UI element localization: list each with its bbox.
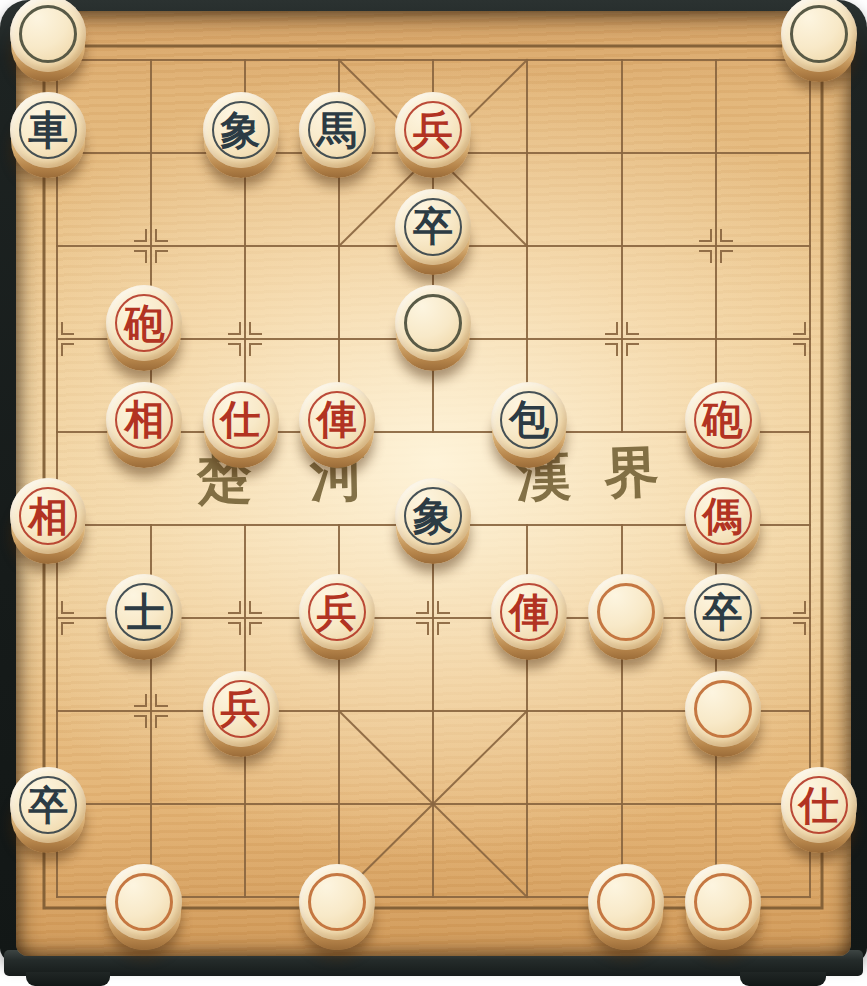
piece-face: 仕 bbox=[203, 382, 279, 458]
piece-glyph: 卒 bbox=[28, 785, 68, 825]
piece-ring bbox=[308, 873, 366, 931]
piece-black-soldier[interactable]: 卒 bbox=[10, 767, 86, 843]
piece-ring bbox=[790, 5, 848, 63]
piece-face: 俥 bbox=[299, 382, 375, 458]
piece-black-advisor[interactable]: 士 bbox=[106, 574, 182, 650]
piece-face: 相 bbox=[106, 382, 182, 458]
piece-red-elephant[interactable]: 相 bbox=[106, 382, 182, 458]
piece-face: 象 bbox=[395, 478, 471, 554]
piece-face-down-hidden-black[interactable] bbox=[781, 0, 857, 72]
piece-red-elephant[interactable]: 相 bbox=[10, 478, 86, 554]
piece-ring bbox=[694, 873, 752, 931]
piece-red-advisor[interactable]: 仕 bbox=[781, 767, 857, 843]
piece-black-horse[interactable]: 馬 bbox=[299, 92, 375, 168]
piece-face: 兵 bbox=[299, 574, 375, 650]
piece-red-cannon[interactable]: 砲 bbox=[685, 382, 761, 458]
piece-ring bbox=[115, 873, 173, 931]
piece-glyph: 兵 bbox=[317, 592, 357, 632]
piece-black-cannon[interactable]: 包 bbox=[491, 382, 567, 458]
piece-ring bbox=[19, 5, 77, 63]
piece-glyph: 相 bbox=[28, 496, 68, 536]
piece-glyph: 俥 bbox=[509, 592, 549, 632]
piece-face: 卒 bbox=[395, 189, 471, 265]
piece-face-down-hidden-red[interactable] bbox=[685, 671, 761, 747]
piece-red-soldier[interactable]: 兵 bbox=[203, 671, 279, 747]
piece-glyph: 兵 bbox=[413, 110, 453, 150]
piece-face bbox=[588, 864, 664, 940]
piece-face-down-hidden-red[interactable] bbox=[588, 864, 664, 940]
piece-red-soldier[interactable]: 兵 bbox=[395, 92, 471, 168]
piece-face: 馬 bbox=[299, 92, 375, 168]
piece-face-down-hidden-black[interactable] bbox=[10, 0, 86, 72]
piece-face-down-hidden-red[interactable] bbox=[106, 864, 182, 940]
piece-face bbox=[781, 0, 857, 72]
piece-glyph: 包 bbox=[509, 399, 549, 439]
piece-face-down-hidden-red[interactable] bbox=[299, 864, 375, 940]
piece-face: 砲 bbox=[685, 382, 761, 458]
piece-face: 包 bbox=[491, 382, 567, 458]
piece-red-chariot[interactable]: 俥 bbox=[299, 382, 375, 458]
piece-glyph: 仕 bbox=[221, 399, 261, 439]
piece-black-chariot[interactable]: 車 bbox=[10, 92, 86, 168]
piece-red-horse[interactable]: 傌 bbox=[685, 478, 761, 554]
piece-black-soldier[interactable]: 卒 bbox=[395, 189, 471, 265]
piece-glyph: 俥 bbox=[317, 399, 357, 439]
piece-glyph: 傌 bbox=[703, 496, 743, 536]
piece-glyph: 卒 bbox=[703, 592, 743, 632]
piece-ring bbox=[597, 873, 655, 931]
piece-face bbox=[395, 285, 471, 361]
piece-face bbox=[106, 864, 182, 940]
piece-glyph: 卒 bbox=[413, 206, 453, 246]
piece-red-advisor[interactable]: 仕 bbox=[203, 382, 279, 458]
piece-face: 士 bbox=[106, 574, 182, 650]
piece-glyph: 砲 bbox=[124, 303, 164, 343]
piece-glyph: 仕 bbox=[799, 785, 839, 825]
piece-face: 仕 bbox=[781, 767, 857, 843]
piece-face bbox=[588, 574, 664, 650]
piece-ring bbox=[694, 680, 752, 738]
piece-glyph: 砲 bbox=[703, 399, 743, 439]
piece-face: 兵 bbox=[203, 671, 279, 747]
piece-glyph: 兵 bbox=[221, 688, 261, 728]
xiangqi-app: 楚河 漢界 車象馬兵卒砲相仕俥包砲相象傌士兵俥卒兵卒仕 bbox=[0, 0, 867, 986]
piece-face: 兵 bbox=[395, 92, 471, 168]
piece-face: 傌 bbox=[685, 478, 761, 554]
piece-face: 車 bbox=[10, 92, 86, 168]
piece-face bbox=[685, 671, 761, 747]
piece-face bbox=[10, 0, 86, 72]
piece-face: 象 bbox=[203, 92, 279, 168]
piece-red-cannon[interactable]: 砲 bbox=[106, 285, 182, 361]
piece-red-soldier[interactable]: 兵 bbox=[299, 574, 375, 650]
piece-ring bbox=[597, 583, 655, 641]
piece-black-elephant[interactable]: 象 bbox=[395, 478, 471, 554]
piece-face: 卒 bbox=[685, 574, 761, 650]
piece-black-soldier[interactable]: 卒 bbox=[685, 574, 761, 650]
piece-glyph: 象 bbox=[413, 496, 453, 536]
piece-face: 卒 bbox=[10, 767, 86, 843]
piece-face-down-hidden-black[interactable] bbox=[395, 285, 471, 361]
piece-glyph: 士 bbox=[124, 592, 164, 632]
piece-ring bbox=[404, 294, 462, 352]
piece-face-down-hidden-red[interactable] bbox=[685, 864, 761, 940]
piece-face: 砲 bbox=[106, 285, 182, 361]
piece-glyph: 相 bbox=[124, 399, 164, 439]
piece-glyph: 車 bbox=[28, 110, 68, 150]
piece-face: 俥 bbox=[491, 574, 567, 650]
piece-black-elephant[interactable]: 象 bbox=[203, 92, 279, 168]
piece-red-chariot[interactable]: 俥 bbox=[491, 574, 567, 650]
piece-face bbox=[299, 864, 375, 940]
piece-face-down-hidden-red[interactable] bbox=[588, 574, 664, 650]
pieces-layer[interactable]: 車象馬兵卒砲相仕俥包砲相象傌士兵俥卒兵卒仕 bbox=[0, 0, 867, 986]
piece-glyph: 馬 bbox=[317, 110, 357, 150]
piece-face bbox=[685, 864, 761, 940]
piece-face: 相 bbox=[10, 478, 86, 554]
piece-glyph: 象 bbox=[221, 110, 261, 150]
